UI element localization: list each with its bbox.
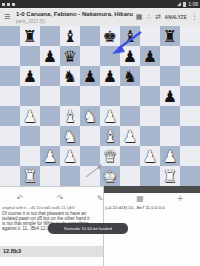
annotation-variation-line: original with it ...d5 10.exd5 exd5 11.Q… [2,205,101,210]
square-g3[interactable] [140,126,160,146]
square-b7[interactable]: ♟ [40,46,60,66]
square-a1[interactable]: ♜ [20,166,40,186]
square-b2[interactable]: ♟ [40,146,60,166]
overflow-menu-icon[interactable]: ⋮ [191,13,198,21]
square-f3[interactable]: ♟ [120,126,140,146]
board-margin-square [180,26,200,46]
edit-icon[interactable]: ✎ [97,193,104,205]
square-f8[interactable]: ♝ [120,26,140,46]
square-a7[interactable] [20,46,40,66]
black-pawn-e6: ♟ [103,67,117,86]
notification-icon [12,3,15,6]
square-h7[interactable] [160,46,180,66]
menu-icon[interactable]: ☰ [4,13,10,21]
square-c7[interactable]: ♛ [60,46,80,66]
status-bar: 1:08 [0,0,200,8]
white-bishop-c4: ♝ [63,107,77,126]
appbar-actions: ▦∴⇄ANALYZE ⋮ [136,8,198,26]
square-b8[interactable] [40,26,60,46]
square-h6[interactable] [160,66,180,86]
battery-icon [183,2,186,7]
square-f5[interactable] [120,86,140,106]
square-d4[interactable]: ♞ [80,106,100,126]
white-knight-c3: ♞ [63,127,77,146]
square-e3[interactable]: ♝ [100,126,120,146]
black-pawn-h5: ♟ [163,87,177,106]
notification-icon [7,3,10,6]
square-d8[interactable] [80,26,100,46]
black-knight-c6: ♞ [63,67,77,86]
square-g6[interactable] [140,66,160,86]
square-e8[interactable]: ♚ [100,26,120,46]
divider [0,186,103,187]
board-margin-square [0,86,20,106]
square-d3[interactable] [80,126,100,146]
board-margin-square [180,146,200,166]
add-icon[interactable]: + [177,193,184,205]
black-knight-f6: ♞ [123,67,137,86]
board-margin-square [180,166,200,186]
white-pawn-f3: ♟ [123,127,137,146]
white-knight-d4: ♞ [83,107,97,126]
clock-text: 1:08 [188,0,198,8]
move-navigation-toolbar: ↶↷✎▦+ [0,193,200,205]
board-margin-square [0,46,20,66]
black-pawn-a6: ♟ [23,67,37,86]
square-b6[interactable] [40,66,60,86]
redo-icon[interactable]: ↷ [57,193,64,205]
board-margin-square [180,86,200,106]
square-h8[interactable]: ♜ [160,26,180,46]
square-h3[interactable] [160,126,180,146]
square-h5[interactable]: ♟ [160,86,180,106]
square-d2[interactable] [80,146,100,166]
square-f4[interactable] [120,106,140,126]
status-indicators: 1:08 [177,0,198,8]
square-b3[interactable] [40,126,60,146]
square-c4[interactable]: ♝ [60,106,80,126]
square-d1[interactable] [80,166,100,186]
square-e2[interactable]: ♛ [100,146,120,166]
board-margin-square [0,66,20,86]
square-h2[interactable]: ♟ [160,146,180,166]
current-move-label: 12.Bb3 [3,246,21,257]
white-king-e1: ♚ [103,167,117,186]
square-c3[interactable]: ♞ [60,126,80,146]
white-bishop-e3: ♝ [103,127,117,146]
wifi-icon [177,2,181,6]
app-bar: ☰ 1-0 Caruana, Fabiano - Nakamura, Hikar… [0,8,200,27]
square-a3[interactable] [20,126,40,146]
board-margin-square [0,166,20,186]
white-pawn-h2: ♟ [163,147,177,166]
board-margin-square [0,126,20,146]
square-b4[interactable] [40,106,60,126]
lower-panels: ↶↷✎▦+ original with it ...d5 10.exd5 exd… [0,186,200,266]
notification-icon [2,3,5,6]
square-e6[interactable]: ♟ [100,66,120,86]
square-c1[interactable] [60,166,80,186]
square-a4[interactable]: ♟ [20,106,40,126]
board-margin-square [180,126,200,146]
board-icon[interactable]: ▦ [136,13,143,21]
square-c2[interactable]: ♟ [60,146,80,166]
square-a5[interactable] [20,86,40,106]
engine-lines-icon[interactable]: ∴ [146,13,150,21]
black-pawn-g7: ♟ [143,47,157,66]
board-margin-square [0,146,20,166]
white-rook-h1: ♜ [163,167,177,186]
square-e1[interactable]: ♚ [100,166,120,186]
square-d5[interactable] [80,86,100,106]
square-f7[interactable]: ♟ [120,46,140,66]
chess-board[interactable]: ♜♝♚♝♜♟♛♟♟♟♞♟♟♞♟♟♝♞♟♞♝♟♟♟♛♟♟♜♚♜ [0,26,200,186]
engine-pane-header-bar [103,186,200,193]
notification-icons [2,0,15,8]
square-e4[interactable]: ♟ [100,106,120,126]
square-f2[interactable] [120,146,140,166]
square-f1[interactable] [120,166,140,186]
square-a8[interactable]: ♜ [20,26,40,46]
engine-analysis-pane[interactable]: (+0.15 d13) 10...Be7 11.0-0 0-0 [105,205,198,210]
black-queen-c7: ♛ [63,47,77,66]
black-bishop-c8: ♝ [63,27,77,46]
square-e7[interactable] [100,46,120,66]
black-king-e8: ♚ [103,27,117,46]
square-b5[interactable] [40,86,60,106]
square-g5[interactable] [140,86,160,106]
black-rook-a8: ♜ [23,27,37,46]
square-d7[interactable] [80,46,100,66]
square-g4[interactable] [140,106,160,126]
board-margin-square [180,46,200,66]
black-pawn-b7: ♟ [43,47,57,66]
undo-icon[interactable]: ↶ [17,193,24,205]
flip-board-icon[interactable]: ⇄ [155,13,161,21]
black-rook-h8: ♜ [163,27,177,46]
square-h4[interactable] [160,106,180,126]
square-h1[interactable]: ♜ [160,166,180,186]
square-a2[interactable] [20,146,40,166]
square-c8[interactable]: ♝ [60,26,80,46]
board-setup-icon[interactable]: ▦ [136,193,144,205]
board-margin-square [180,106,200,126]
engine-line: (+0.15 d13) 10...Be7 11.0-0 0-0 [105,205,165,210]
square-e5[interactable] [100,86,120,106]
white-queen-e2: ♛ [103,147,117,166]
square-g8[interactable] [140,26,160,46]
square-c6[interactable]: ♞ [60,66,80,86]
white-rook-a1: ♜ [23,167,37,186]
analyze-button[interactable]: ANALYZE [165,15,187,20]
board-margin-square [180,66,200,86]
square-g7[interactable]: ♟ [140,46,160,66]
white-pawn-e4: ♟ [103,107,117,126]
game-event-subtitle: paris_2017 (5) [16,19,45,24]
engine-toast: Komodo 10 64-bit loaded [48,223,128,234]
square-b1[interactable] [40,166,60,186]
black-pawn-f7: ♟ [123,47,137,66]
move-list-strip[interactable]: 12.Bb3 [0,246,103,257]
black-pawn-d6: ♟ [83,67,97,86]
board-margin-square [0,26,20,46]
board-margin-square [0,106,20,126]
square-g2[interactable]: ♟ [140,146,160,166]
white-pawn-a4: ♟ [23,107,37,126]
white-pawn-c2: ♟ [63,147,77,166]
white-pawn-b2: ♟ [43,147,57,166]
square-d6[interactable]: ♟ [80,66,100,86]
square-f6[interactable]: ♞ [120,66,140,86]
white-pawn-g2: ♟ [143,147,157,166]
black-bishop-f8: ♝ [123,27,137,46]
square-g1[interactable] [140,166,160,186]
game-title: 1-0 Caruana, Fabiano - Nakamura, Hikaru [16,11,133,17]
square-c5[interactable] [60,86,80,106]
square-a6[interactable]: ♟ [20,66,40,86]
